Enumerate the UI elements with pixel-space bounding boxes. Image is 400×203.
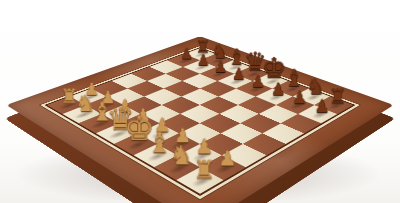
- chess-set-photo: ♜♟♟♜♞♟♟♞♝♟♟♝♛♟♟♛♚♟♟♚♝♟♟♝♞♟♟♞♜♟♟♜: [0, 0, 400, 203]
- black-pawn: ♟: [304, 98, 339, 116]
- square-h7: ♟: [298, 105, 337, 123]
- square-h1: ♜: [176, 167, 223, 194]
- white-rook: ♜: [182, 157, 224, 182]
- playing-area: ♜♟♟♜♞♟♟♞♝♟♟♝♛♟♟♛♚♟♟♚♝♟♟♝♞♟♟♞♜♟♟♜: [44, 47, 355, 196]
